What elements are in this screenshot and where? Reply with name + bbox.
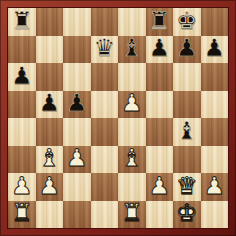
square-b6[interactable] xyxy=(36,63,64,91)
square-a8[interactable]: ♜ xyxy=(8,8,36,36)
black-rook-icon: ♜ xyxy=(148,9,170,33)
square-b7[interactable] xyxy=(36,36,64,64)
square-h4[interactable] xyxy=(201,118,229,146)
square-e1[interactable]: ♜ xyxy=(118,201,146,229)
square-c4[interactable] xyxy=(63,118,91,146)
black-pawn-icon: ♟ xyxy=(38,91,60,115)
square-g6[interactable] xyxy=(173,63,201,91)
square-c8[interactable] xyxy=(63,8,91,36)
square-c5[interactable]: ♟ xyxy=(63,91,91,119)
black-bishop-icon: ♝ xyxy=(176,119,198,143)
square-a2[interactable]: ♟ xyxy=(8,173,36,201)
square-f3[interactable] xyxy=(146,146,174,174)
square-b8[interactable] xyxy=(36,8,64,36)
square-f4[interactable] xyxy=(146,118,174,146)
square-h8[interactable] xyxy=(201,8,229,36)
square-f6[interactable] xyxy=(146,63,174,91)
square-h6[interactable] xyxy=(201,63,229,91)
black-pawn-icon: ♟ xyxy=(176,36,198,60)
black-pawn-icon: ♟ xyxy=(11,64,33,88)
square-a7[interactable] xyxy=(8,36,36,64)
white-pawn-icon: ♟ xyxy=(38,174,60,198)
square-a5[interactable] xyxy=(8,91,36,119)
chess-board: ♜♜♚♛♝♟♟♟♟♟♟♟♝♝♟♝♟♟♟♛♟♜♜♚ xyxy=(8,8,228,228)
white-pawn-icon: ♟ xyxy=(11,174,33,198)
black-pawn-icon: ♟ xyxy=(148,36,170,60)
white-rook-icon: ♜ xyxy=(121,201,143,225)
black-king-icon: ♚ xyxy=(176,9,198,33)
square-g5[interactable] xyxy=(173,91,201,119)
square-e2[interactable] xyxy=(118,173,146,201)
white-pawn-icon: ♟ xyxy=(121,91,143,115)
square-b2[interactable]: ♟ xyxy=(36,173,64,201)
square-g2[interactable]: ♛ xyxy=(173,173,201,201)
square-g8[interactable]: ♚ xyxy=(173,8,201,36)
square-h7[interactable]: ♟ xyxy=(201,36,229,64)
square-f2[interactable]: ♟ xyxy=(146,173,174,201)
black-rook-icon: ♜ xyxy=(11,9,33,33)
square-f7[interactable]: ♟ xyxy=(146,36,174,64)
square-a4[interactable] xyxy=(8,118,36,146)
black-pawn-icon: ♟ xyxy=(66,91,88,115)
square-e3[interactable]: ♝ xyxy=(118,146,146,174)
square-b1[interactable] xyxy=(36,201,64,229)
square-e6[interactable] xyxy=(118,63,146,91)
square-d6[interactable] xyxy=(91,63,119,91)
square-h3[interactable] xyxy=(201,146,229,174)
square-c1[interactable] xyxy=(63,201,91,229)
square-e4[interactable] xyxy=(118,118,146,146)
square-d7[interactable]: ♛ xyxy=(91,36,119,64)
square-b3[interactable]: ♝ xyxy=(36,146,64,174)
square-g4[interactable]: ♝ xyxy=(173,118,201,146)
square-a6[interactable]: ♟ xyxy=(8,63,36,91)
square-c2[interactable] xyxy=(63,173,91,201)
square-c6[interactable] xyxy=(63,63,91,91)
square-e8[interactable] xyxy=(118,8,146,36)
square-h1[interactable] xyxy=(201,201,229,229)
square-g7[interactable]: ♟ xyxy=(173,36,201,64)
white-bishop-icon: ♝ xyxy=(121,146,143,170)
square-g3[interactable] xyxy=(173,146,201,174)
square-f1[interactable] xyxy=(146,201,174,229)
square-d8[interactable] xyxy=(91,8,119,36)
square-d4[interactable] xyxy=(91,118,119,146)
black-queen-icon: ♛ xyxy=(93,36,115,60)
square-b5[interactable]: ♟ xyxy=(36,91,64,119)
square-c3[interactable]: ♟ xyxy=(63,146,91,174)
square-d2[interactable] xyxy=(91,173,119,201)
white-bishop-icon: ♝ xyxy=(38,146,60,170)
square-f8[interactable]: ♜ xyxy=(146,8,174,36)
white-king-icon: ♚ xyxy=(176,201,198,225)
square-e5[interactable]: ♟ xyxy=(118,91,146,119)
white-pawn-icon: ♟ xyxy=(66,146,88,170)
white-queen-icon: ♛ xyxy=(176,174,198,198)
square-d5[interactable] xyxy=(91,91,119,119)
white-pawn-icon: ♟ xyxy=(148,174,170,198)
square-d1[interactable] xyxy=(91,201,119,229)
square-a3[interactable] xyxy=(8,146,36,174)
square-g1[interactable]: ♚ xyxy=(173,201,201,229)
board-frame: ♜♜♚♛♝♟♟♟♟♟♟♟♝♝♟♝♟♟♟♛♟♜♜♚ xyxy=(0,0,236,236)
square-f5[interactable] xyxy=(146,91,174,119)
square-h5[interactable] xyxy=(201,91,229,119)
white-pawn-icon: ♟ xyxy=(203,174,225,198)
square-c7[interactable] xyxy=(63,36,91,64)
square-h2[interactable]: ♟ xyxy=(201,173,229,201)
square-e7[interactable]: ♝ xyxy=(118,36,146,64)
black-pawn-icon: ♟ xyxy=(203,36,225,60)
square-b4[interactable] xyxy=(36,118,64,146)
white-rook-icon: ♜ xyxy=(11,201,33,225)
square-a1[interactable]: ♜ xyxy=(8,201,36,229)
black-bishop-icon: ♝ xyxy=(121,36,143,60)
square-d3[interactable] xyxy=(91,146,119,174)
